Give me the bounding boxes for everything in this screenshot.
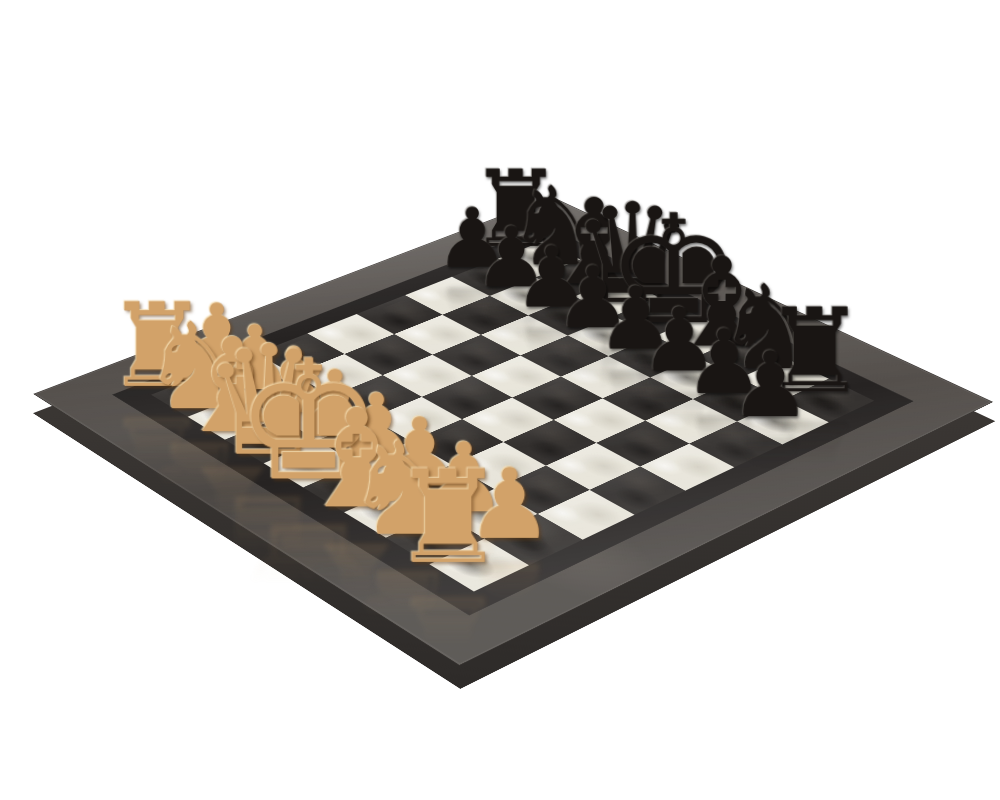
square-h1: ♜ bbox=[429, 539, 529, 592]
white-rook-glyph: ♜ bbox=[333, 453, 563, 582]
chess-set-photo: ♜♞♝♛♚♝♞♜♟♟♟♟♟♟♟♟♟♟♟♟♟♟♟♟♜♞♝♛♚♝♞♜ bbox=[0, 0, 1000, 800]
black-pawn-glyph: ♟ bbox=[665, 339, 876, 430]
square-h7: ♟ bbox=[737, 400, 829, 445]
chessboard: ♜♞♝♛♚♝♞♜♟♟♟♟♟♟♟♟♟♟♟♟♟♟♟♟♜♞♝♛♚♝♞♜ bbox=[33, 197, 993, 666]
board-squares: ♜♞♝♛♚♝♞♜♟♟♟♟♟♟♟♟♟♟♟♟♟♟♟♟♜♞♝♛♚♝♞♜ bbox=[151, 241, 874, 591]
